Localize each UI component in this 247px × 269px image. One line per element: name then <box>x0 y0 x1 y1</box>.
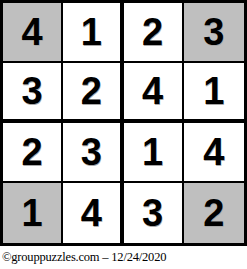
sudoku-board: 4 1 2 3 3 2 4 1 2 3 1 4 1 4 3 2 <box>0 0 247 246</box>
cell-r3c1: 4 <box>63 183 123 243</box>
puzzle-page: 4 1 2 3 3 2 4 1 2 3 1 4 1 4 3 2 ©grouppu… <box>0 0 247 269</box>
cell-r1c3: 1 <box>184 63 244 123</box>
cell-r0c3: 3 <box>184 3 244 63</box>
cell-r0c2: 2 <box>124 3 184 63</box>
cell-r2c1: 3 <box>63 123 123 183</box>
copyright-text: ©grouppuzzles.com – 12/24/2020 <box>0 246 247 269</box>
cell-r2c0: 2 <box>3 123 63 183</box>
cell-r2c3: 4 <box>184 123 244 183</box>
cell-r1c1: 2 <box>63 63 123 123</box>
cell-r1c2: 4 <box>124 63 184 123</box>
cell-r3c0: 1 <box>3 183 63 243</box>
cell-r0c0: 4 <box>3 3 63 63</box>
cell-r2c2: 1 <box>124 123 184 183</box>
cell-r0c1: 1 <box>63 3 123 63</box>
cell-r3c3: 2 <box>184 183 244 243</box>
cell-r1c0: 3 <box>3 63 63 123</box>
cell-r3c2: 3 <box>124 183 184 243</box>
